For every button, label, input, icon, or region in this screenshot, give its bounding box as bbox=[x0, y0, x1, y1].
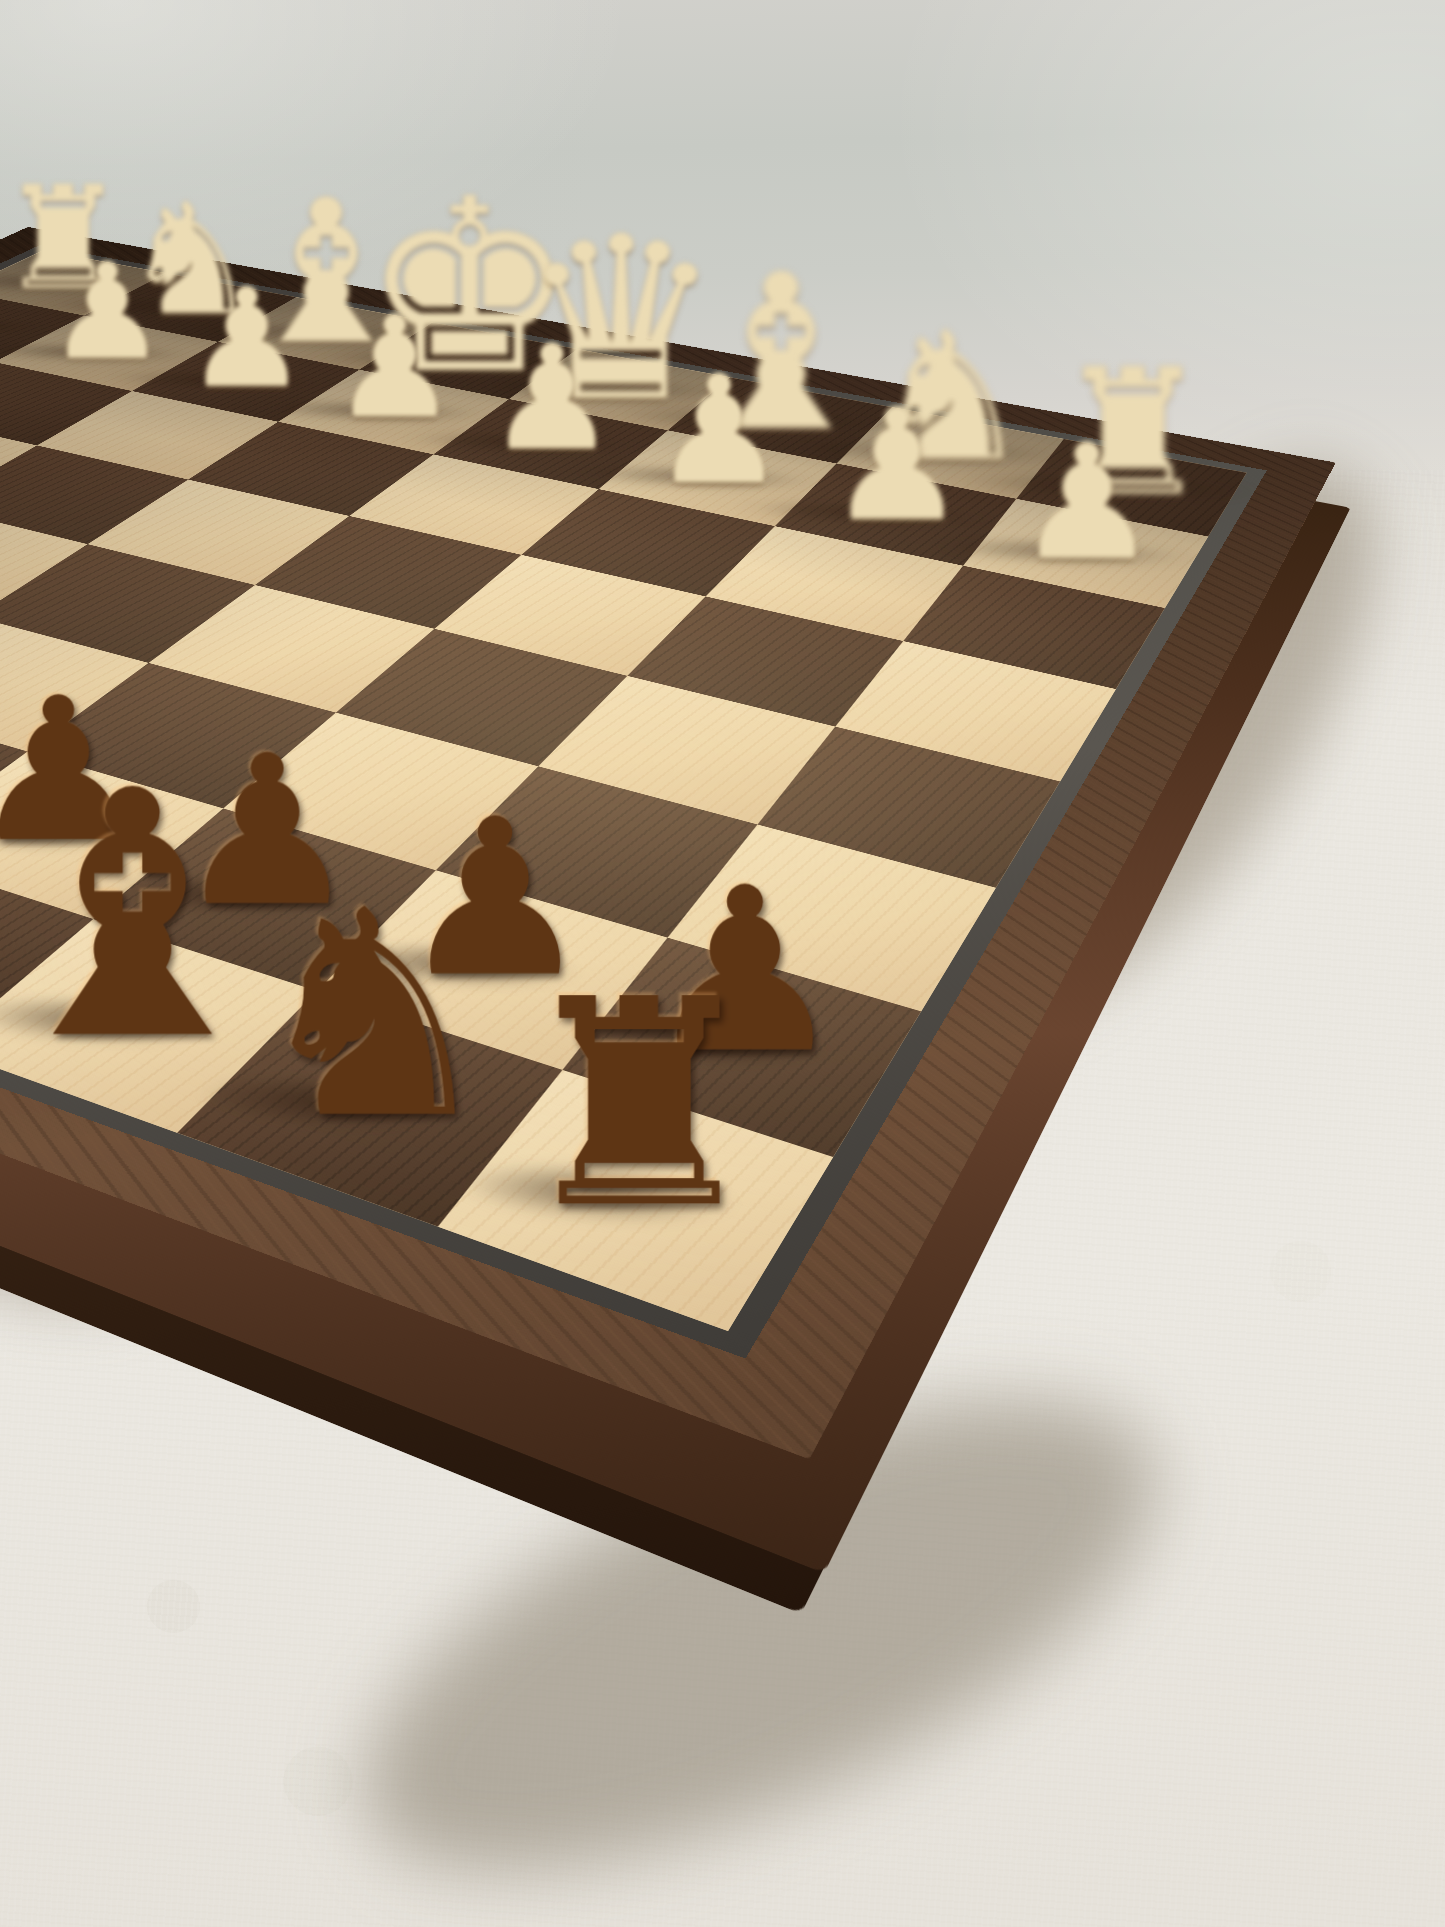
chess-board-3d: ♜♞♝♛♚♝♞♜♟♟♟♟♟♟♟♟♟♟♟♟♟♟♟♟♜♞♝♛♚♝♞♜ bbox=[0, 227, 1336, 1459]
board-playing-area: ♜♞♝♛♚♝♞♜♟♟♟♟♟♟♟♟♟♟♟♟♟♟♟♟♜♞♝♛♚♝♞♜ bbox=[0, 251, 1247, 1331]
board-inlay-border: ♜♞♝♛♚♝♞♜♟♟♟♟♟♟♟♟♟♟♟♟♟♟♟♟♜♞♝♛♚♝♞♜ bbox=[0, 245, 1267, 1358]
photo-scene: ♜♞♝♛♚♝♞♜♟♟♟♟♟♟♟♟♟♟♟♟♟♟♟♟♜♞♝♛♚♝♞♜ bbox=[0, 0, 1445, 1927]
pieces-layer: ♜♞♝♛♚♝♞♜♟♟♟♟♟♟♟♟♟♟♟♟♟♟♟♟♜♞♝♛♚♝♞♜ bbox=[0, 251, 1247, 1331]
